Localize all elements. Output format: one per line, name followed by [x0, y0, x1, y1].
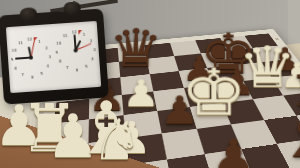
captured-white-knight: ♞ [92, 112, 142, 168]
captured-tray: ♟♜♟♝♟♞ [0, 0, 300, 168]
chess-scene-photo: ♛♟♚♟♟♟♟♛♟♟♚♜♟♝abcdefgh 87654321 12123456… [0, 0, 300, 168]
